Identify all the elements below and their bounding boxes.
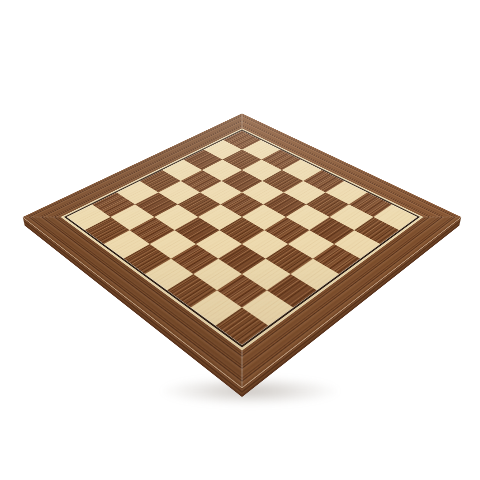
chessboard-product-photo (0, 0, 480, 480)
playing-field (67, 131, 418, 345)
chess-board (23, 113, 461, 387)
